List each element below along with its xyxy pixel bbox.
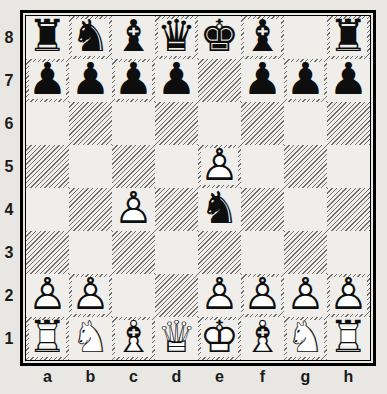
square-b4[interactable] [69, 188, 112, 231]
square-e1[interactable]: ♚♔ [198, 317, 241, 360]
square-a7[interactable]: ♟ [26, 59, 69, 102]
rank-label-5: 5 [0, 145, 18, 188]
file-label-g: g [284, 367, 327, 387]
pawn-icon: ♟ [329, 57, 368, 101]
bishop-outline-icon: ♗ [243, 315, 282, 359]
square-d6[interactable] [155, 102, 198, 145]
square-d5[interactable] [155, 145, 198, 188]
pawn-outline-icon: ♙ [329, 272, 368, 316]
black-pawn-f7[interactable]: ♟ [241, 59, 284, 102]
rank-labels: 87654321 [0, 16, 18, 360]
queen-outline-icon: ♕ [157, 315, 196, 359]
square-b7[interactable]: ♟ [69, 59, 112, 102]
file-label-e: e [198, 367, 241, 387]
white-rook-a1[interactable]: ♜♖ [26, 317, 69, 360]
chess-board: ♜♞♝♛♚♝♜♟♟♟♟♟♟♟♟♙♟♙♞♟♙♟♙♟♙♟♙♟♙♟♙♜♖♞♘♝♗♛♕♚… [20, 10, 376, 366]
black-pawn-h7[interactable]: ♟ [327, 59, 370, 102]
square-c1[interactable]: ♝♗ [112, 317, 155, 360]
white-pawn-c4[interactable]: ♟♙ [112, 188, 155, 231]
square-b5[interactable] [69, 145, 112, 188]
square-d1[interactable]: ♛♕ [155, 317, 198, 360]
square-d7[interactable]: ♟ [155, 59, 198, 102]
knight-outline-icon: ♘ [71, 315, 110, 359]
square-g6[interactable] [284, 102, 327, 145]
knight-icon: ♞ [71, 14, 110, 58]
file-labels: abcdefgh [26, 367, 370, 387]
black-pawn-c7[interactable]: ♟ [112, 59, 155, 102]
king-outline-icon: ♔ [200, 315, 239, 359]
white-queen-d1[interactable]: ♛♕ [155, 317, 198, 360]
king-icon: ♚ [200, 14, 239, 58]
square-b6[interactable] [69, 102, 112, 145]
square-e4[interactable]: ♞ [198, 188, 241, 231]
black-knight-e4[interactable]: ♞ [198, 188, 241, 231]
square-h5[interactable] [327, 145, 370, 188]
rank-label-2: 2 [0, 274, 18, 317]
rank-label-8: 8 [0, 16, 18, 59]
white-king-e1[interactable]: ♚♔ [198, 317, 241, 360]
square-a5[interactable] [26, 145, 69, 188]
board-grid: ♜♞♝♛♚♝♜♟♟♟♟♟♟♟♟♙♟♙♞♟♙♟♙♟♙♟♙♟♙♟♙♜♖♞♘♝♗♛♕♚… [25, 15, 371, 361]
rank-label-7: 7 [0, 59, 18, 102]
square-f4[interactable] [241, 188, 284, 231]
square-b1[interactable]: ♞♘ [69, 317, 112, 360]
pawn-icon: ♟ [71, 57, 110, 101]
square-f5[interactable] [241, 145, 284, 188]
square-c6[interactable] [112, 102, 155, 145]
white-rook-h1[interactable]: ♜♖ [327, 317, 370, 360]
white-knight-g1[interactable]: ♞♘ [284, 317, 327, 360]
square-f1[interactable]: ♝♗ [241, 317, 284, 360]
pawn-outline-icon: ♙ [200, 143, 239, 187]
white-knight-b1[interactable]: ♞♘ [69, 317, 112, 360]
rank-label-6: 6 [0, 102, 18, 145]
rook-outline-icon: ♖ [28, 315, 67, 359]
pawn-outline-icon: ♙ [243, 272, 282, 316]
file-label-a: a [26, 367, 69, 387]
pawn-icon: ♟ [114, 57, 153, 101]
file-label-h: h [327, 367, 370, 387]
queen-icon: ♛ [157, 14, 196, 58]
pawn-outline-icon: ♙ [200, 272, 239, 316]
file-label-b: b [69, 367, 112, 387]
chess-diagram: 87654321 ♜♞♝♛♚♝♜♟♟♟♟♟♟♟♟♙♟♙♞♟♙♟♙♟♙♟♙♟♙♟♙… [0, 0, 387, 394]
square-a6[interactable] [26, 102, 69, 145]
square-h6[interactable] [327, 102, 370, 145]
square-c3[interactable] [112, 231, 155, 274]
square-c7[interactable]: ♟ [112, 59, 155, 102]
pawn-outline-icon: ♙ [28, 272, 67, 316]
pawn-outline-icon: ♙ [114, 186, 153, 230]
black-pawn-b7[interactable]: ♟ [69, 59, 112, 102]
pawn-icon: ♟ [243, 57, 282, 101]
square-a4[interactable] [26, 188, 69, 231]
pawn-outline-icon: ♙ [71, 272, 110, 316]
square-c4[interactable]: ♟♙ [112, 188, 155, 231]
rook-icon: ♜ [28, 14, 67, 58]
rank-label-3: 3 [0, 231, 18, 274]
square-g4[interactable] [284, 188, 327, 231]
knight-outline-icon: ♘ [286, 315, 325, 359]
bishop-icon: ♝ [114, 14, 153, 58]
bishop-outline-icon: ♗ [114, 315, 153, 359]
black-pawn-a7[interactable]: ♟ [26, 59, 69, 102]
square-h1[interactable]: ♜♖ [327, 317, 370, 360]
pawn-outline-icon: ♙ [286, 272, 325, 316]
square-d4[interactable] [155, 188, 198, 231]
file-label-c: c [112, 367, 155, 387]
file-label-d: d [155, 367, 198, 387]
pawn-icon: ♟ [157, 57, 196, 101]
black-pawn-g7[interactable]: ♟ [284, 59, 327, 102]
rook-outline-icon: ♖ [329, 315, 368, 359]
square-g1[interactable]: ♞♘ [284, 317, 327, 360]
square-f6[interactable] [241, 102, 284, 145]
square-e7[interactable] [198, 59, 241, 102]
square-e8[interactable]: ♚ [198, 16, 241, 59]
rank-label-1: 1 [0, 317, 18, 360]
file-label-f: f [241, 367, 284, 387]
black-king-e8[interactable]: ♚ [198, 16, 241, 59]
bishop-icon: ♝ [243, 14, 282, 58]
square-f7[interactable]: ♟ [241, 59, 284, 102]
square-d3[interactable] [155, 231, 198, 274]
white-bishop-c1[interactable]: ♝♗ [112, 317, 155, 360]
square-h7[interactable]: ♟ [327, 59, 370, 102]
rook-icon: ♜ [329, 14, 368, 58]
square-g5[interactable] [284, 145, 327, 188]
pawn-icon: ♟ [28, 57, 67, 101]
square-h4[interactable] [327, 188, 370, 231]
rank-label-4: 4 [0, 188, 18, 231]
black-pawn-d7[interactable]: ♟ [155, 59, 198, 102]
pawn-icon: ♟ [286, 57, 325, 101]
knight-icon: ♞ [200, 186, 239, 230]
square-g7[interactable]: ♟ [284, 59, 327, 102]
white-bishop-f1[interactable]: ♝♗ [241, 317, 284, 360]
square-a1[interactable]: ♜♖ [26, 317, 69, 360]
